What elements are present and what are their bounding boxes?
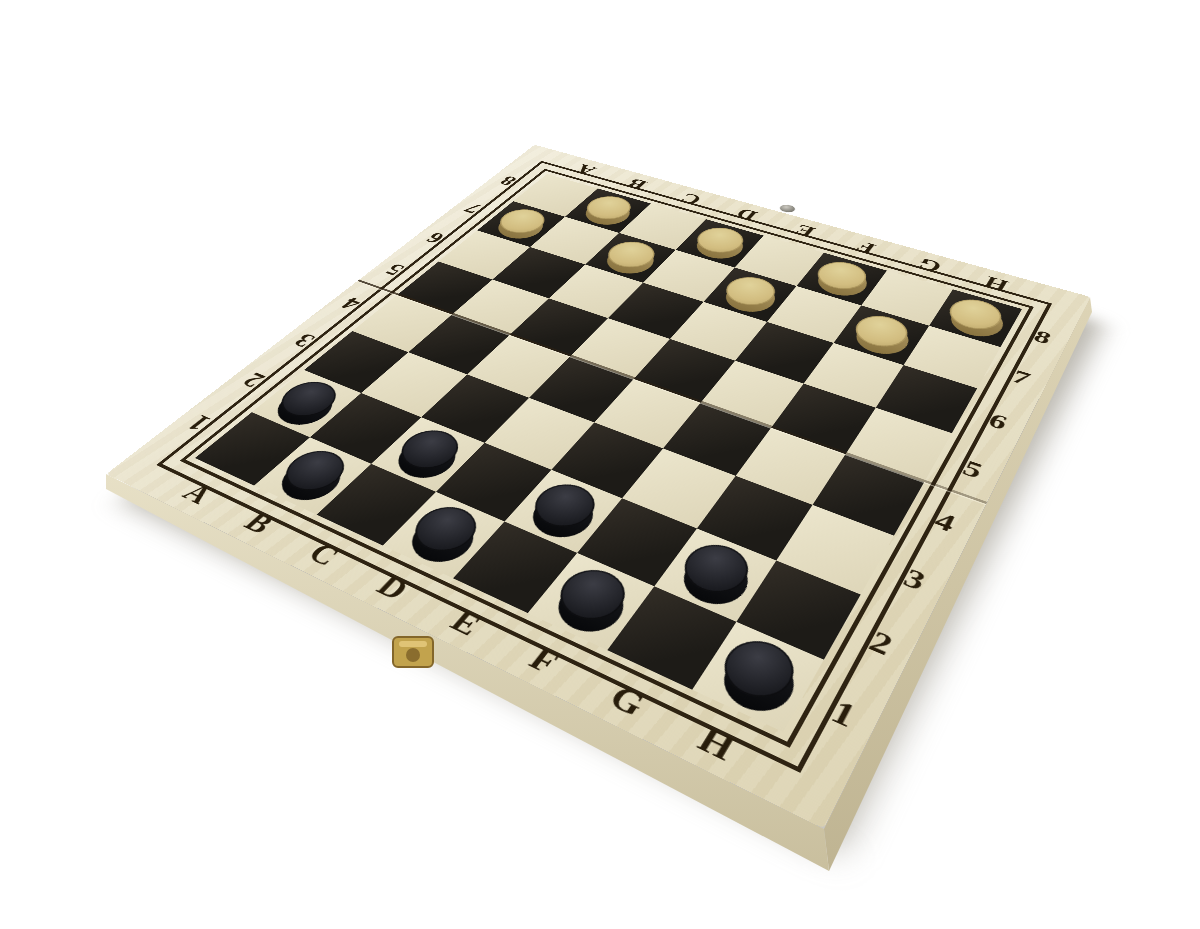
photo-stage: AA88BB77CC66DD55EE44FF33GG22HH11 <box>0 0 1200 929</box>
clasp <box>393 637 433 667</box>
